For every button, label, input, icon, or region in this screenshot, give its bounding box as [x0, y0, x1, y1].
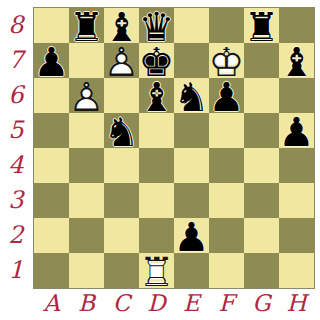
square-e4[interactable] — [174, 148, 209, 183]
square-g2[interactable] — [244, 218, 279, 253]
square-g8[interactable]: ♜ — [244, 8, 279, 43]
file-label-a: A — [34, 289, 69, 318]
square-c5[interactable]: ♞ — [104, 113, 139, 148]
square-g3[interactable] — [244, 183, 279, 218]
square-h2[interactable] — [279, 218, 314, 253]
piece-white-king-outline: ♔ — [209, 44, 244, 79]
square-d4[interactable] — [139, 148, 174, 183]
square-f8[interactable] — [209, 8, 244, 43]
square-d5[interactable] — [139, 113, 174, 148]
square-c8[interactable]: ♝ — [104, 8, 139, 43]
piece-black-pawn: ♟ — [34, 44, 69, 79]
piece-black-queen: ♛ — [139, 9, 174, 44]
piece-black-rook: ♜ — [244, 9, 279, 44]
square-b2[interactable] — [69, 218, 104, 253]
square-f2[interactable] — [209, 218, 244, 253]
square-c1[interactable] — [104, 253, 139, 288]
piece-black-pawn: ♟ — [279, 114, 314, 149]
square-h4[interactable] — [279, 148, 314, 183]
square-f1[interactable] — [209, 253, 244, 288]
file-label-e: E — [174, 289, 209, 318]
piece-black-king: ♚ — [139, 44, 174, 79]
file-label-d: D — [139, 289, 174, 318]
square-a1[interactable] — [34, 253, 69, 288]
piece-black-bishop: ♝ — [104, 9, 139, 44]
square-e3[interactable] — [174, 183, 209, 218]
square-f3[interactable] — [209, 183, 244, 218]
piece-white-pawn: ♟ — [105, 45, 139, 79]
rank-label-2: 2 — [0, 218, 32, 253]
piece-white-rook-outline: ♖ — [139, 254, 174, 289]
piece-black-rook: ♜ — [69, 9, 104, 44]
file-labels: ABCDEFGH — [34, 289, 314, 318]
square-a6[interactable] — [34, 78, 69, 113]
rank-label-6: 6 — [0, 78, 32, 113]
rank-label-1: 1 — [0, 253, 32, 288]
square-c6[interactable] — [104, 78, 139, 113]
square-d2[interactable] — [139, 218, 174, 253]
square-b6[interactable]: ♟♙ — [69, 78, 104, 113]
piece-white-king: ♚ — [210, 45, 244, 79]
square-c4[interactable] — [104, 148, 139, 183]
file-label-b: B — [69, 289, 104, 318]
piece-black-pawn: ♟ — [209, 79, 244, 114]
square-a2[interactable] — [34, 218, 69, 253]
square-h8[interactable] — [279, 8, 314, 43]
square-g4[interactable] — [244, 148, 279, 183]
square-f4[interactable] — [209, 148, 244, 183]
rank-label-3: 3 — [0, 183, 32, 218]
square-b1[interactable] — [69, 253, 104, 288]
piece-white-rook: ♜ — [140, 255, 174, 289]
file-label-h: H — [279, 289, 314, 318]
square-d6[interactable]: ♝ — [139, 78, 174, 113]
chess-diagram: 87654321 ♜♝♛♜♟♟♙♚♚♔♝♟♙♝♞♟♞♟♟♜♖ ABCDEFGH — [0, 0, 320, 320]
square-h7[interactable]: ♝ — [279, 43, 314, 78]
square-h6[interactable] — [279, 78, 314, 113]
square-g5[interactable] — [244, 113, 279, 148]
square-a5[interactable] — [34, 113, 69, 148]
piece-white-pawn: ♟ — [70, 80, 104, 114]
file-label-g: G — [244, 289, 279, 318]
piece-black-bishop: ♝ — [139, 79, 174, 114]
square-f5[interactable] — [209, 113, 244, 148]
square-a8[interactable] — [34, 8, 69, 43]
piece-black-knight: ♞ — [104, 114, 139, 149]
square-e8[interactable] — [174, 8, 209, 43]
piece-black-pawn: ♟ — [174, 219, 209, 254]
file-label-c: C — [104, 289, 139, 318]
square-e7[interactable] — [174, 43, 209, 78]
square-e1[interactable] — [174, 253, 209, 288]
piece-white-pawn-outline: ♙ — [69, 79, 104, 114]
square-g6[interactable] — [244, 78, 279, 113]
square-b7[interactable] — [69, 43, 104, 78]
file-label-f: F — [209, 289, 244, 318]
rank-label-5: 5 — [0, 113, 32, 148]
square-b4[interactable] — [69, 148, 104, 183]
rank-label-7: 7 — [0, 43, 32, 78]
square-h3[interactable] — [279, 183, 314, 218]
square-e5[interactable] — [174, 113, 209, 148]
square-e2[interactable]: ♟ — [174, 218, 209, 253]
chess-board: ♜♝♛♜♟♟♙♚♚♔♝♟♙♝♞♟♞♟♟♜♖ — [33, 7, 315, 289]
square-a3[interactable] — [34, 183, 69, 218]
square-d3[interactable] — [139, 183, 174, 218]
square-d7[interactable]: ♚ — [139, 43, 174, 78]
square-d8[interactable]: ♛ — [139, 8, 174, 43]
square-c3[interactable] — [104, 183, 139, 218]
square-h1[interactable] — [279, 253, 314, 288]
square-c2[interactable] — [104, 218, 139, 253]
square-h5[interactable]: ♟ — [279, 113, 314, 148]
rank-labels: 87654321 — [0, 8, 32, 288]
square-a4[interactable] — [34, 148, 69, 183]
piece-black-knight: ♞ — [174, 79, 209, 114]
piece-black-bishop: ♝ — [279, 44, 314, 79]
square-f7[interactable]: ♚♔ — [209, 43, 244, 78]
square-d1[interactable]: ♜♖ — [139, 253, 174, 288]
square-b5[interactable] — [69, 113, 104, 148]
square-f6[interactable]: ♟ — [209, 78, 244, 113]
square-e6[interactable]: ♞ — [174, 78, 209, 113]
square-g7[interactable] — [244, 43, 279, 78]
square-b8[interactable]: ♜ — [69, 8, 104, 43]
rank-label-4: 4 — [0, 148, 32, 183]
square-g1[interactable] — [244, 253, 279, 288]
square-c7[interactable]: ♟♙ — [104, 43, 139, 78]
rank-label-8: 8 — [0, 8, 32, 43]
square-a7[interactable]: ♟ — [34, 43, 69, 78]
piece-white-pawn-outline: ♙ — [104, 44, 139, 79]
square-b3[interactable] — [69, 183, 104, 218]
